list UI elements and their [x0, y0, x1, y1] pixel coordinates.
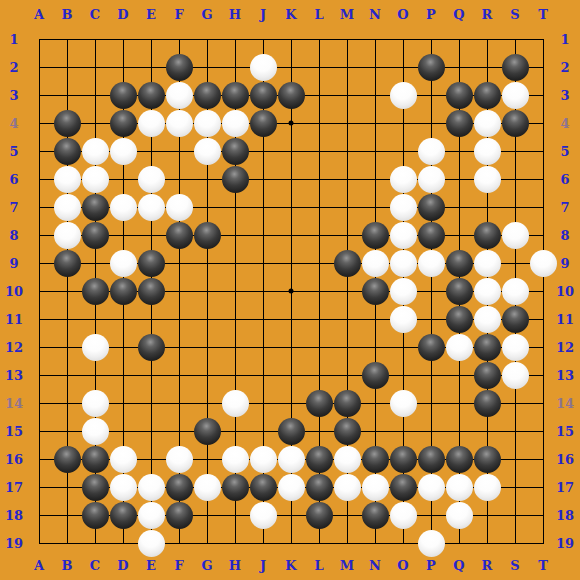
white-stone-R9 — [474, 250, 501, 277]
black-stone-K15 — [278, 418, 305, 445]
row-label-right-3: 3 — [560, 89, 569, 102]
col-label-bottom-N: N — [369, 559, 381, 572]
white-stone-B6 — [54, 166, 81, 193]
white-stone-R10 — [474, 278, 501, 305]
black-stone-C10 — [82, 278, 109, 305]
row-label-right-1: 1 — [560, 33, 569, 46]
white-stone-R11 — [474, 306, 501, 333]
black-stone-C8 — [82, 222, 109, 249]
white-stone-G4 — [194, 110, 221, 137]
white-stone-S3 — [502, 82, 529, 109]
black-stone-R14 — [474, 390, 501, 417]
row-label-right-5: 5 — [560, 145, 569, 158]
row-label-left-6: 6 — [9, 173, 18, 186]
white-stone-F7 — [166, 194, 193, 221]
col-label-top-D: D — [117, 8, 128, 21]
white-stone-E4 — [138, 110, 165, 137]
black-stone-F8 — [166, 222, 193, 249]
col-label-bottom-S: S — [510, 559, 519, 572]
black-stone-E10 — [138, 278, 165, 305]
col-label-bottom-P: P — [426, 559, 436, 572]
black-stone-L16 — [306, 446, 333, 473]
black-stone-P8 — [418, 222, 445, 249]
black-stone-M9 — [334, 250, 361, 277]
row-label-left-12: 12 — [5, 341, 23, 354]
white-stone-F4 — [166, 110, 193, 137]
row-label-right-17: 17 — [556, 481, 574, 494]
col-label-bottom-F: F — [174, 559, 183, 572]
row-label-left-13: 13 — [5, 369, 23, 382]
black-stone-N8 — [362, 222, 389, 249]
white-stone-O14 — [390, 390, 417, 417]
white-stone-P6 — [418, 166, 445, 193]
col-label-bottom-B: B — [62, 559, 73, 572]
white-stone-O18 — [390, 502, 417, 529]
black-stone-P12 — [418, 334, 445, 361]
black-stone-M14 — [334, 390, 361, 417]
black-stone-L18 — [306, 502, 333, 529]
white-stone-Q18 — [446, 502, 473, 529]
row-label-right-8: 8 — [560, 229, 569, 242]
black-stone-F18 — [166, 502, 193, 529]
black-stone-F17 — [166, 474, 193, 501]
black-stone-C7 — [82, 194, 109, 221]
black-stone-Q16 — [446, 446, 473, 473]
white-stone-H4 — [222, 110, 249, 137]
col-label-top-O: O — [397, 8, 408, 21]
black-stone-H3 — [222, 82, 249, 109]
black-stone-J4 — [250, 110, 277, 137]
row-label-left-9: 9 — [9, 257, 18, 270]
white-stone-D7 — [110, 194, 137, 221]
black-stone-C18 — [82, 502, 109, 529]
hoshi-K10 — [289, 289, 294, 294]
white-stone-E19 — [138, 530, 165, 557]
black-stone-H17 — [222, 474, 249, 501]
col-label-bottom-M: M — [340, 559, 354, 572]
white-stone-M16 — [334, 446, 361, 473]
black-stone-R8 — [474, 222, 501, 249]
col-label-top-Q: Q — [453, 8, 464, 21]
row-label-right-6: 6 — [560, 173, 569, 186]
black-stone-Q11 — [446, 306, 473, 333]
white-stone-K16 — [278, 446, 305, 473]
row-label-left-4: 4 — [9, 117, 18, 130]
black-stone-B9 — [54, 250, 81, 277]
white-stone-F16 — [166, 446, 193, 473]
white-stone-C15 — [82, 418, 109, 445]
black-stone-S4 — [502, 110, 529, 137]
col-label-bottom-K: K — [285, 559, 296, 572]
col-label-top-K: K — [285, 8, 296, 21]
black-stone-H6 — [222, 166, 249, 193]
row-label-right-11: 11 — [556, 313, 574, 326]
black-stone-Q9 — [446, 250, 473, 277]
black-stone-D4 — [110, 110, 137, 137]
white-stone-G5 — [194, 138, 221, 165]
black-stone-G3 — [194, 82, 221, 109]
black-stone-S2 — [502, 54, 529, 81]
white-stone-R4 — [474, 110, 501, 137]
black-stone-L17 — [306, 474, 333, 501]
black-stone-O17 — [390, 474, 417, 501]
col-label-top-C: C — [90, 8, 100, 21]
row-label-left-8: 8 — [9, 229, 18, 242]
col-label-top-E: E — [146, 8, 156, 21]
white-stone-E6 — [138, 166, 165, 193]
black-stone-C16 — [82, 446, 109, 473]
white-stone-R6 — [474, 166, 501, 193]
black-stone-J17 — [250, 474, 277, 501]
black-stone-P2 — [418, 54, 445, 81]
white-stone-O6 — [390, 166, 417, 193]
row-label-left-10: 10 — [5, 285, 23, 298]
white-stone-B7 — [54, 194, 81, 221]
black-stone-G8 — [194, 222, 221, 249]
row-label-right-9: 9 — [560, 257, 569, 270]
row-label-left-14: 14 — [5, 397, 23, 410]
white-stone-E18 — [138, 502, 165, 529]
white-stone-P19 — [418, 530, 445, 557]
white-stone-J2 — [250, 54, 277, 81]
col-label-top-J: J — [260, 8, 266, 21]
white-stone-H16 — [222, 446, 249, 473]
col-label-top-M: M — [340, 8, 354, 21]
black-stone-D3 — [110, 82, 137, 109]
black-stone-Q10 — [446, 278, 473, 305]
col-label-top-L: L — [314, 8, 323, 21]
row-label-right-2: 2 — [560, 61, 569, 74]
row-label-left-3: 3 — [9, 89, 18, 102]
black-stone-Q4 — [446, 110, 473, 137]
black-stone-B5 — [54, 138, 81, 165]
black-stone-R16 — [474, 446, 501, 473]
row-label-right-18: 18 — [556, 509, 574, 522]
white-stone-C5 — [82, 138, 109, 165]
white-stone-C14 — [82, 390, 109, 417]
row-label-right-16: 16 — [556, 453, 574, 466]
white-stone-R17 — [474, 474, 501, 501]
col-label-bottom-C: C — [90, 559, 100, 572]
col-label-top-N: N — [369, 8, 381, 21]
col-label-bottom-D: D — [117, 559, 128, 572]
white-stone-E7 — [138, 194, 165, 221]
black-stone-G15 — [194, 418, 221, 445]
black-stone-D18 — [110, 502, 137, 529]
black-stone-B4 — [54, 110, 81, 137]
row-label-right-15: 15 — [556, 425, 574, 438]
row-label-right-10: 10 — [556, 285, 574, 298]
white-stone-D17 — [110, 474, 137, 501]
white-stone-G17 — [194, 474, 221, 501]
row-label-left-17: 17 — [5, 481, 23, 494]
white-stone-P17 — [418, 474, 445, 501]
row-label-left-1: 1 — [9, 33, 18, 46]
white-stone-R5 — [474, 138, 501, 165]
black-stone-E9 — [138, 250, 165, 277]
row-label-left-7: 7 — [9, 201, 18, 214]
row-label-left-2: 2 — [9, 61, 18, 74]
white-stone-C6 — [82, 166, 109, 193]
black-stone-N18 — [362, 502, 389, 529]
white-stone-Q12 — [446, 334, 473, 361]
white-stone-J18 — [250, 502, 277, 529]
go-board-screen: ABCDEFGHJKLMNOPQRST ABCDEFGHJKLMNOPQRST … — [0, 0, 580, 580]
white-stone-K17 — [278, 474, 305, 501]
row-label-right-4: 4 — [560, 117, 569, 130]
white-stone-E17 — [138, 474, 165, 501]
white-stone-S13 — [502, 362, 529, 389]
row-label-left-11: 11 — [5, 313, 23, 326]
white-stone-O11 — [390, 306, 417, 333]
row-label-right-7: 7 — [560, 201, 569, 214]
white-stone-Q17 — [446, 474, 473, 501]
row-label-left-19: 19 — [5, 537, 23, 550]
white-stone-O9 — [390, 250, 417, 277]
black-stone-E3 — [138, 82, 165, 109]
col-label-bottom-Q: Q — [453, 559, 464, 572]
black-stone-B16 — [54, 446, 81, 473]
black-stone-N16 — [362, 446, 389, 473]
white-stone-T9 — [530, 250, 557, 277]
col-label-bottom-R: R — [482, 559, 493, 572]
black-stone-R13 — [474, 362, 501, 389]
white-stone-M17 — [334, 474, 361, 501]
white-stone-D9 — [110, 250, 137, 277]
black-stone-R3 — [474, 82, 501, 109]
black-stone-S11 — [502, 306, 529, 333]
white-stone-J16 — [250, 446, 277, 473]
black-stone-H5 — [222, 138, 249, 165]
row-label-left-16: 16 — [5, 453, 23, 466]
white-stone-H14 — [222, 390, 249, 417]
black-stone-P16 — [418, 446, 445, 473]
white-stone-B8 — [54, 222, 81, 249]
col-label-bottom-O: O — [397, 559, 408, 572]
white-stone-N9 — [362, 250, 389, 277]
white-stone-O10 — [390, 278, 417, 305]
black-stone-J3 — [250, 82, 277, 109]
black-stone-E12 — [138, 334, 165, 361]
row-label-right-12: 12 — [556, 341, 574, 354]
black-stone-P7 — [418, 194, 445, 221]
white-stone-S12 — [502, 334, 529, 361]
black-stone-N13 — [362, 362, 389, 389]
white-stone-F3 — [166, 82, 193, 109]
col-label-top-R: R — [482, 8, 493, 21]
black-stone-M15 — [334, 418, 361, 445]
black-stone-C17 — [82, 474, 109, 501]
col-label-top-B: B — [62, 8, 73, 21]
col-label-bottom-H: H — [229, 559, 241, 572]
black-stone-N10 — [362, 278, 389, 305]
col-label-top-H: H — [229, 8, 241, 21]
row-label-right-13: 13 — [556, 369, 574, 382]
black-stone-O16 — [390, 446, 417, 473]
white-stone-P5 — [418, 138, 445, 165]
black-stone-Q3 — [446, 82, 473, 109]
row-label-left-15: 15 — [5, 425, 23, 438]
col-label-top-F: F — [174, 8, 183, 21]
col-label-top-T: T — [538, 8, 548, 21]
col-label-top-G: G — [201, 8, 212, 21]
white-stone-S8 — [502, 222, 529, 249]
white-stone-O8 — [390, 222, 417, 249]
row-label-left-5: 5 — [9, 145, 18, 158]
row-label-left-18: 18 — [5, 509, 23, 522]
hoshi-K4 — [289, 121, 294, 126]
col-label-bottom-T: T — [538, 559, 548, 572]
white-stone-S10 — [502, 278, 529, 305]
col-label-bottom-G: G — [201, 559, 212, 572]
white-stone-D5 — [110, 138, 137, 165]
black-stone-D10 — [110, 278, 137, 305]
black-stone-F2 — [166, 54, 193, 81]
col-label-bottom-A: A — [34, 559, 44, 572]
col-label-bottom-L: L — [314, 559, 323, 572]
white-stone-D16 — [110, 446, 137, 473]
row-label-right-14: 14 — [556, 397, 574, 410]
col-label-bottom-J: J — [260, 559, 266, 572]
white-stone-O7 — [390, 194, 417, 221]
col-label-top-S: S — [510, 8, 519, 21]
white-stone-P9 — [418, 250, 445, 277]
row-label-right-19: 19 — [556, 537, 574, 550]
white-stone-O3 — [390, 82, 417, 109]
white-stone-N17 — [362, 474, 389, 501]
black-stone-K3 — [278, 82, 305, 109]
white-stone-C12 — [82, 334, 109, 361]
col-label-top-P: P — [426, 8, 436, 21]
col-label-bottom-E: E — [146, 559, 156, 572]
black-stone-L14 — [306, 390, 333, 417]
col-label-top-A: A — [34, 8, 44, 21]
black-stone-R12 — [474, 334, 501, 361]
